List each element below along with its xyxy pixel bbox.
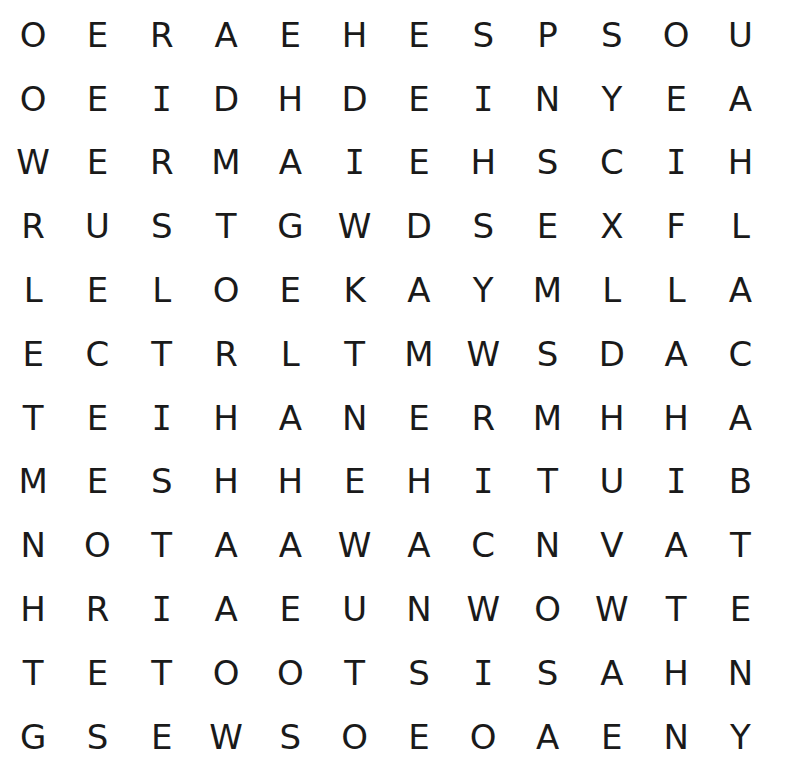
grid-cell-r8c4[interactable]: H — [194, 450, 258, 514]
grid-cell-r11c8[interactable]: I — [451, 641, 515, 705]
grid-cell-r3c10[interactable]: C — [580, 131, 644, 195]
grid-cell-r4c7[interactable]: D — [387, 194, 451, 258]
grid-cell-r4c10[interactable]: X — [580, 194, 644, 258]
grid-cell-r1c8[interactable]: S — [451, 3, 515, 67]
grid-cell-r11c4[interactable]: O — [194, 641, 258, 705]
grid-cell-r5c5[interactable]: E — [258, 258, 322, 322]
grid-cell-r8c1[interactable]: M — [1, 450, 65, 514]
grid-cell-r12c3[interactable]: E — [130, 705, 194, 769]
grid-cell-r6c1[interactable]: E — [1, 322, 65, 386]
grid-cell-r10c12[interactable]: E — [708, 577, 772, 641]
grid-cell-r10c7[interactable]: N — [387, 577, 451, 641]
grid-cell-r5c10[interactable]: L — [580, 258, 644, 322]
grid-cell-r4c9[interactable]: E — [515, 194, 579, 258]
grid-cell-r4c12[interactable]: L — [708, 194, 772, 258]
grid-cell-r1c6[interactable]: H — [322, 3, 386, 67]
grid-cell-r6c9[interactable]: S — [515, 322, 579, 386]
grid-cell-r12c1[interactable]: G — [1, 705, 65, 769]
word-search-grid: OERAEHESPSOUOEIDHDEINYEAWERMAIEHSCIHRUST… — [1, 3, 773, 769]
grid-cell-r10c9[interactable]: O — [515, 577, 579, 641]
grid-cell-r8c10[interactable]: U — [580, 450, 644, 514]
grid-cell-r6c10[interactable]: D — [580, 322, 644, 386]
grid-cell-r6c7[interactable]: M — [387, 322, 451, 386]
grid-cell-r6c6[interactable]: T — [322, 322, 386, 386]
grid-cell-r6c4[interactable]: R — [194, 322, 258, 386]
grid-cell-r9c6[interactable]: W — [322, 513, 386, 577]
grid-cell-r2c8[interactable]: I — [451, 67, 515, 131]
grid-cell-r1c9[interactable]: P — [515, 3, 579, 67]
grid-cell-r1c1[interactable]: O — [1, 3, 65, 67]
grid-cell-r7c5[interactable]: A — [258, 386, 322, 450]
grid-cell-r4c2[interactable]: U — [65, 194, 129, 258]
grid-cell-r6c2[interactable]: C — [65, 322, 129, 386]
grid-cell-r2c1[interactable]: O — [1, 67, 65, 131]
grid-cell-r8c9[interactable]: T — [515, 450, 579, 514]
grid-cell-r4c11[interactable]: F — [644, 194, 708, 258]
grid-cell-r7c1[interactable]: T — [1, 386, 65, 450]
grid-cell-r11c6[interactable]: T — [322, 641, 386, 705]
grid-cell-r4c5[interactable]: G — [258, 194, 322, 258]
grid-cell-r12c2[interactable]: S — [65, 705, 129, 769]
grid-cell-r5c11[interactable]: L — [644, 258, 708, 322]
grid-cell-r9c11[interactable]: A — [644, 513, 708, 577]
grid-cell-r10c10[interactable]: W — [580, 577, 644, 641]
grid-cell-r1c12[interactable]: U — [708, 3, 772, 67]
grid-cell-r5c1[interactable]: L — [1, 258, 65, 322]
grid-cell-r9c10[interactable]: V — [580, 513, 644, 577]
grid-cell-r1c3[interactable]: R — [130, 3, 194, 67]
grid-cell-r1c11[interactable]: O — [644, 3, 708, 67]
grid-cell-r7c4[interactable]: H — [194, 386, 258, 450]
grid-cell-r11c3[interactable]: T — [130, 641, 194, 705]
grid-cell-r7c9[interactable]: M — [515, 386, 579, 450]
grid-cell-r4c6[interactable]: W — [322, 194, 386, 258]
grid-cell-r7c2[interactable]: E — [65, 386, 129, 450]
grid-cell-r2c5[interactable]: H — [258, 67, 322, 131]
grid-cell-r11c7[interactable]: S — [387, 641, 451, 705]
grid-cell-r1c10[interactable]: S — [580, 3, 644, 67]
grid-cell-r7c8[interactable]: R — [451, 386, 515, 450]
grid-cell-r6c8[interactable]: W — [451, 322, 515, 386]
grid-cell-r9c5[interactable]: A — [258, 513, 322, 577]
grid-cell-r11c9[interactable]: S — [515, 641, 579, 705]
grid-cell-r12c12[interactable]: Y — [708, 705, 772, 769]
grid-cell-r3c3[interactable]: R — [130, 131, 194, 195]
grid-cell-r7c11[interactable]: H — [644, 386, 708, 450]
grid-cell-r7c7[interactable]: E — [387, 386, 451, 450]
grid-cell-r2c11[interactable]: E — [644, 67, 708, 131]
grid-cell-r10c5[interactable]: E — [258, 577, 322, 641]
grid-cell-r3c1[interactable]: W — [1, 131, 65, 195]
grid-cell-r1c4[interactable]: A — [194, 3, 258, 67]
grid-cell-r5c3[interactable]: L — [130, 258, 194, 322]
grid-cell-r12c5[interactable]: S — [258, 705, 322, 769]
grid-cell-r8c5[interactable]: H — [258, 450, 322, 514]
grid-cell-r2c4[interactable]: D — [194, 67, 258, 131]
grid-cell-r9c8[interactable]: C — [451, 513, 515, 577]
grid-cell-r9c9[interactable]: N — [515, 513, 579, 577]
grid-cell-r6c11[interactable]: A — [644, 322, 708, 386]
grid-cell-r9c2[interactable]: O — [65, 513, 129, 577]
grid-cell-r10c6[interactable]: U — [322, 577, 386, 641]
grid-cell-r10c3[interactable]: I — [130, 577, 194, 641]
grid-cell-r3c8[interactable]: H — [451, 131, 515, 195]
grid-cell-r8c8[interactable]: I — [451, 450, 515, 514]
grid-cell-r2c2[interactable]: E — [65, 67, 129, 131]
grid-cell-r12c7[interactable]: E — [387, 705, 451, 769]
grid-cell-r2c3[interactable]: I — [130, 67, 194, 131]
grid-cell-r3c2[interactable]: E — [65, 131, 129, 195]
grid-cell-r6c5[interactable]: L — [258, 322, 322, 386]
grid-cell-r5c2[interactable]: E — [65, 258, 129, 322]
grid-cell-r7c6[interactable]: N — [322, 386, 386, 450]
grid-cell-r11c2[interactable]: E — [65, 641, 129, 705]
grid-cell-r9c7[interactable]: A — [387, 513, 451, 577]
grid-cell-r5c7[interactable]: A — [387, 258, 451, 322]
grid-cell-r3c5[interactable]: A — [258, 131, 322, 195]
grid-cell-r3c9[interactable]: S — [515, 131, 579, 195]
grid-cell-r12c4[interactable]: W — [194, 705, 258, 769]
grid-cell-r11c10[interactable]: A — [580, 641, 644, 705]
grid-cell-r10c8[interactable]: W — [451, 577, 515, 641]
grid-cell-r8c6[interactable]: E — [322, 450, 386, 514]
grid-cell-r4c1[interactable]: R — [1, 194, 65, 258]
grid-cell-r3c4[interactable]: M — [194, 131, 258, 195]
grid-cell-r8c12[interactable]: B — [708, 450, 772, 514]
grid-cell-r3c11[interactable]: I — [644, 131, 708, 195]
grid-cell-r12c10[interactable]: E — [580, 705, 644, 769]
grid-cell-r3c6[interactable]: I — [322, 131, 386, 195]
grid-cell-r4c4[interactable]: T — [194, 194, 258, 258]
grid-cell-r11c11[interactable]: H — [644, 641, 708, 705]
grid-cell-r10c11[interactable]: T — [644, 577, 708, 641]
grid-cell-r9c4[interactable]: A — [194, 513, 258, 577]
grid-cell-r1c2[interactable]: E — [65, 3, 129, 67]
grid-cell-r2c10[interactable]: Y — [580, 67, 644, 131]
grid-cell-r12c8[interactable]: O — [451, 705, 515, 769]
grid-cell-r8c7[interactable]: H — [387, 450, 451, 514]
grid-cell-r7c10[interactable]: H — [580, 386, 644, 450]
grid-cell-r12c11[interactable]: N — [644, 705, 708, 769]
grid-cell-r2c12[interactable]: A — [708, 67, 772, 131]
grid-cell-r5c4[interactable]: O — [194, 258, 258, 322]
grid-cell-r8c11[interactable]: I — [644, 450, 708, 514]
grid-cell-r12c6[interactable]: O — [322, 705, 386, 769]
grid-cell-r11c5[interactable]: O — [258, 641, 322, 705]
grid-cell-r2c7[interactable]: E — [387, 67, 451, 131]
grid-cell-r11c12[interactable]: N — [708, 641, 772, 705]
grid-cell-r12c9[interactable]: A — [515, 705, 579, 769]
grid-cell-r2c6[interactable]: D — [322, 67, 386, 131]
grid-cell-r2c9[interactable]: N — [515, 67, 579, 131]
grid-cell-r8c3[interactable]: S — [130, 450, 194, 514]
grid-cell-r5c12[interactable]: A — [708, 258, 772, 322]
grid-cell-r9c3[interactable]: T — [130, 513, 194, 577]
grid-cell-r1c7[interactable]: E — [387, 3, 451, 67]
grid-cell-r8c2[interactable]: E — [65, 450, 129, 514]
grid-cell-r3c7[interactable]: E — [387, 131, 451, 195]
grid-cell-r1c5[interactable]: E — [258, 3, 322, 67]
grid-cell-r5c8[interactable]: Y — [451, 258, 515, 322]
grid-cell-r9c12[interactable]: T — [708, 513, 772, 577]
grid-cell-r10c1[interactable]: H — [1, 577, 65, 641]
grid-cell-r10c2[interactable]: R — [65, 577, 129, 641]
grid-cell-r9c1[interactable]: N — [1, 513, 65, 577]
grid-cell-r11c1[interactable]: T — [1, 641, 65, 705]
grid-cell-r6c12[interactable]: C — [708, 322, 772, 386]
grid-cell-r7c3[interactable]: I — [130, 386, 194, 450]
grid-cell-r5c9[interactable]: M — [515, 258, 579, 322]
grid-cell-r10c4[interactable]: A — [194, 577, 258, 641]
grid-cell-r7c12[interactable]: A — [708, 386, 772, 450]
grid-cell-r4c8[interactable]: S — [451, 194, 515, 258]
grid-cell-r6c3[interactable]: T — [130, 322, 194, 386]
grid-cell-r5c6[interactable]: K — [322, 258, 386, 322]
grid-cell-r4c3[interactable]: S — [130, 194, 194, 258]
grid-cell-r3c12[interactable]: H — [708, 131, 772, 195]
